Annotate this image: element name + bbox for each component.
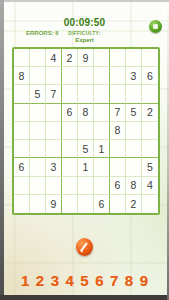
pencil-button[interactable] — [76, 238, 93, 256]
cell-r7c4[interactable] — [62, 158, 78, 176]
cell-r8c5[interactable] — [78, 177, 94, 195]
cell-r1c9[interactable] — [142, 49, 158, 67]
cell-r8c3[interactable] — [46, 177, 62, 195]
numpad-8[interactable]: 8 — [125, 272, 133, 289]
cell-r8c9[interactable]: 4 — [142, 177, 158, 195]
cell-r2c6[interactable] — [94, 67, 110, 85]
cell-r5c6[interactable] — [94, 122, 110, 140]
cell-r1c3[interactable]: 4 — [46, 49, 62, 67]
cell-r6c8[interactable] — [126, 140, 142, 158]
cell-r2c7[interactable] — [110, 67, 126, 85]
screen-edge-bottom — [0, 295, 169, 300]
cell-r6c5[interactable]: 5 — [78, 140, 94, 158]
cell-r5c8[interactable] — [126, 122, 142, 140]
cell-r4c9[interactable]: 2 — [142, 104, 158, 122]
cell-r2c2[interactable] — [30, 67, 46, 85]
sudoku-board: 42983657687528516315684962 — [12, 47, 160, 215]
cell-r7c5[interactable]: 1 — [78, 158, 94, 176]
cell-r9c6[interactable]: 6 — [94, 195, 110, 213]
cell-r3c9[interactable] — [142, 85, 158, 103]
cell-r7c6[interactable] — [94, 158, 110, 176]
pencil-tip-icon — [80, 249, 84, 252]
cell-r2c8[interactable]: 3 — [126, 67, 142, 85]
cell-r5c3[interactable] — [46, 122, 62, 140]
screen-edge-right — [167, 0, 169, 300]
cell-r4c2[interactable] — [30, 104, 46, 122]
cell-r7c7[interactable] — [110, 158, 126, 176]
cell-r1c6[interactable] — [94, 49, 110, 67]
cell-r4c5[interactable]: 8 — [78, 104, 94, 122]
cell-r1c5[interactable]: 9 — [78, 49, 94, 67]
cell-r8c4[interactable] — [62, 177, 78, 195]
cell-r4c6[interactable] — [94, 104, 110, 122]
game-timer: 00:09:50 — [0, 17, 169, 28]
cell-r4c8[interactable]: 5 — [126, 104, 142, 122]
cell-r3c4[interactable] — [62, 85, 78, 103]
cell-r5c1[interactable] — [14, 122, 30, 140]
cell-r4c1[interactable] — [14, 104, 30, 122]
cell-r3c5[interactable] — [78, 85, 94, 103]
cell-r1c7[interactable] — [110, 49, 126, 67]
cell-r9c1[interactable] — [14, 195, 30, 213]
cell-r4c3[interactable] — [46, 104, 62, 122]
cell-r1c4[interactable]: 2 — [62, 49, 78, 67]
cell-r4c7[interactable]: 7 — [110, 104, 126, 122]
cell-r3c6[interactable] — [94, 85, 110, 103]
cell-r3c8[interactable] — [126, 85, 142, 103]
cell-r2c5[interactable] — [78, 67, 94, 85]
numpad-6[interactable]: 6 — [95, 272, 103, 289]
numpad-7[interactable]: 7 — [110, 272, 118, 289]
cell-r9c5[interactable] — [78, 195, 94, 213]
cell-r6c6[interactable]: 1 — [94, 140, 110, 158]
cell-r9c8[interactable]: 2 — [126, 195, 142, 213]
cell-r5c5[interactable] — [78, 122, 94, 140]
cell-r2c9[interactable]: 6 — [142, 67, 158, 85]
numpad-5[interactable]: 5 — [80, 272, 88, 289]
cell-r2c1[interactable]: 8 — [14, 67, 30, 85]
cell-r7c8[interactable] — [126, 158, 142, 176]
cell-r9c7[interactable] — [110, 195, 126, 213]
cell-r8c1[interactable] — [14, 177, 30, 195]
cell-r7c1[interactable]: 6 — [14, 158, 30, 176]
cell-r1c8[interactable] — [126, 49, 142, 67]
cell-r7c9[interactable]: 5 — [142, 158, 158, 176]
cell-r1c2[interactable] — [30, 49, 46, 67]
numpad-4[interactable]: 4 — [65, 272, 73, 289]
cell-r5c4[interactable] — [62, 122, 78, 140]
cell-r9c3[interactable]: 9 — [46, 195, 62, 213]
menu-button[interactable] — [149, 20, 162, 33]
cell-r8c2[interactable] — [30, 177, 46, 195]
screen-edge-left — [0, 0, 4, 300]
cell-r6c1[interactable] — [14, 140, 30, 158]
grid-menu-icon — [153, 24, 158, 29]
cell-r7c3[interactable]: 3 — [46, 158, 62, 176]
cell-r6c3[interactable] — [46, 140, 62, 158]
cell-r7c2[interactable] — [30, 158, 46, 176]
cell-r8c8[interactable]: 8 — [126, 177, 142, 195]
screen-edge-top — [0, 0, 169, 2]
cell-r3c3[interactable]: 7 — [46, 85, 62, 103]
cell-r5c9[interactable] — [142, 122, 158, 140]
cell-r1c1[interactable] — [14, 49, 30, 67]
sudoku-app-screen: 00:09:50 ERRORS: 6 DIFFICULTY: Expert 42… — [0, 0, 169, 300]
number-pad: 123456789 — [0, 272, 169, 289]
numpad-9[interactable]: 9 — [140, 272, 148, 289]
cell-r8c7[interactable]: 6 — [110, 177, 126, 195]
cell-r9c9[interactable] — [142, 195, 158, 213]
cell-r2c4[interactable] — [62, 67, 78, 85]
cell-r6c9[interactable] — [142, 140, 158, 158]
cell-r9c4[interactable] — [62, 195, 78, 213]
cell-r6c7[interactable] — [110, 140, 126, 158]
difficulty-label: DIFFICULTY: — [0, 30, 169, 36]
cell-r2c3[interactable] — [46, 67, 62, 85]
numpad-1[interactable]: 1 — [21, 272, 29, 289]
cell-r9c2[interactable] — [30, 195, 46, 213]
cell-r6c2[interactable] — [30, 140, 46, 158]
cell-r5c7[interactable]: 8 — [110, 122, 126, 140]
cell-r3c7[interactable] — [110, 85, 126, 103]
numpad-3[interactable]: 3 — [51, 272, 59, 289]
numpad-2[interactable]: 2 — [36, 272, 44, 289]
cell-r5c2[interactable] — [30, 122, 46, 140]
cell-r8c6[interactable] — [94, 177, 110, 195]
cell-r3c1[interactable] — [14, 85, 30, 103]
cell-r3c2[interactable]: 5 — [30, 85, 46, 103]
cell-r4c4[interactable]: 6 — [62, 104, 78, 122]
difficulty-value: Expert — [0, 37, 169, 43]
cell-r6c4[interactable] — [62, 140, 78, 158]
